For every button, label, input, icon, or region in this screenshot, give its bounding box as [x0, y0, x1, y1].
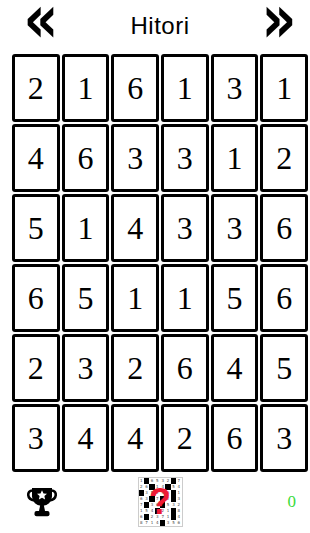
board-cell[interactable]: 5 [12, 194, 60, 262]
board-cell[interactable]: 3 [211, 194, 259, 262]
board-cell[interactable]: 5 [211, 264, 259, 332]
board-cell[interactable]: 2 [12, 54, 60, 122]
board-cell[interactable]: 6 [12, 264, 60, 332]
board-cell[interactable]: 3 [12, 404, 60, 472]
header-bar: « Hitori » [10, 0, 310, 52]
board-cell[interactable]: 1 [161, 264, 209, 332]
double-chevron-left-icon: « [24, 0, 59, 53]
board-cell[interactable]: 4 [211, 334, 259, 402]
mini-cell: 6 [176, 520, 181, 526]
board-cell[interactable]: 1 [211, 124, 259, 192]
board-cell[interactable]: 4 [111, 404, 159, 472]
board-cell[interactable]: 2 [260, 124, 308, 192]
board-cell[interactable]: 3 [260, 404, 308, 472]
achievements-button[interactable] [24, 484, 60, 520]
board-cell[interactable]: 3 [211, 54, 259, 122]
page-title: Hitori [64, 12, 256, 40]
bottom-bar: 1653272614543524616372373653215421862371… [10, 472, 310, 531]
double-chevron-right-icon: » [262, 0, 297, 53]
trophy-icon [24, 484, 60, 520]
board-cell[interactable]: 1 [62, 54, 110, 122]
puzzle-thumbnail-icon: 1653272614543524616372373653215421862371… [138, 477, 183, 527]
board-cell[interactable]: 6 [62, 124, 110, 192]
board-cell[interactable]: 1 [260, 54, 308, 122]
board-cell[interactable]: 2 [111, 334, 159, 402]
board-cell[interactable]: 5 [62, 264, 110, 332]
board-cell[interactable]: 2 [12, 334, 60, 402]
random-puzzle-button[interactable]: 1653272614543524616372373653215421862371… [138, 477, 183, 527]
board-cell[interactable]: 3 [111, 124, 159, 192]
board-cell[interactable]: 6 [161, 334, 209, 402]
board-cell[interactable]: 5 [260, 334, 308, 402]
board-cell[interactable]: 6 [260, 194, 308, 262]
board-cell[interactable]: 6 [111, 54, 159, 122]
board-cell[interactable]: 3 [62, 334, 110, 402]
board-cell[interactable]: 3 [161, 124, 209, 192]
board-cell[interactable]: 4 [12, 124, 60, 192]
board-cell[interactable]: 4 [62, 404, 110, 472]
board-cell[interactable]: 6 [260, 264, 308, 332]
board-cell[interactable]: 4 [111, 194, 159, 262]
board-cell[interactable]: 1 [111, 264, 159, 332]
board-cell[interactable]: 1 [161, 54, 209, 122]
next-puzzle-button[interactable]: » [256, 3, 302, 49]
hitori-board: 216131463312514336651156232645344263 [12, 54, 308, 472]
app-window: « Hitori » 21613146331251433665115623264… [10, 0, 310, 533]
prev-puzzle-button[interactable]: « [18, 3, 64, 49]
board-cell[interactable]: 1 [62, 194, 110, 262]
board-cell[interactable]: 6 [211, 404, 259, 472]
counter-value: 0 [288, 492, 297, 512]
board-cell[interactable]: 2 [161, 404, 209, 472]
board-cell[interactable]: 3 [161, 194, 209, 262]
